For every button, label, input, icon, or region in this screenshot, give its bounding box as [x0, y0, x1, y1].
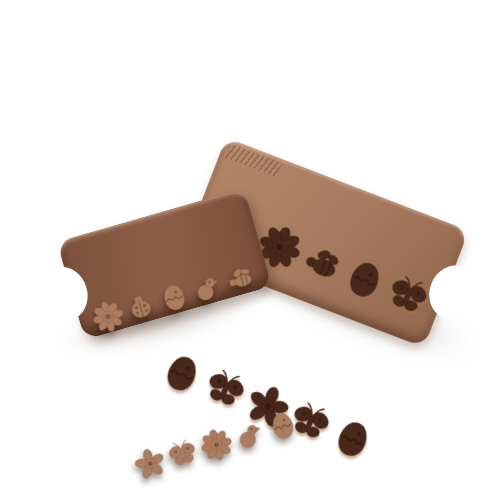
front-mould	[57, 188, 273, 340]
front-mould-bump-grid	[72, 202, 257, 325]
product-photo	[0, 0, 500, 500]
